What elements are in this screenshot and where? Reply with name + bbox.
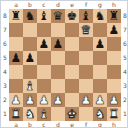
piece-white-pawn: ♟ (95, 93, 106, 107)
square-a6[interactable] (9, 37, 23, 51)
rank-label-4: 4 (121, 65, 128, 79)
square-f7[interactable]: ♛ (79, 23, 93, 37)
rank-labels-right: 87654321 (121, 9, 128, 121)
rank-label-7: 7 (1, 23, 9, 37)
file-label-h: h (107, 121, 121, 128)
square-c8[interactable]: ♝ (37, 9, 51, 23)
square-e2[interactable] (65, 93, 79, 107)
piece-white-knight: ♞ (95, 107, 106, 121)
square-b1[interactable]: ♞ (23, 107, 37, 121)
square-g7[interactable] (93, 23, 107, 37)
square-e1[interactable]: ♚ (65, 107, 79, 121)
square-f6[interactable] (79, 37, 93, 51)
square-c3[interactable] (37, 79, 51, 93)
rank-label-5: 5 (1, 51, 9, 65)
square-d7[interactable] (51, 23, 65, 37)
piece-white-queen: ♛ (81, 23, 92, 37)
square-c5[interactable] (37, 51, 51, 65)
piece-black-queen: ♛ (53, 9, 64, 23)
piece-black-bishop: ♝ (81, 9, 92, 23)
square-a2[interactable]: ♟ (9, 93, 23, 107)
square-g2[interactable]: ♟ (93, 93, 107, 107)
square-h1[interactable]: ♜ (107, 107, 121, 121)
square-f1[interactable] (79, 107, 93, 121)
square-b8[interactable]: ♞ (23, 9, 37, 23)
chess-board: ♜♞♝♛♚♝♞♜♛♟♟♟♟♟♟♝♟♟♟♟♟♟♟♜♞♝♚♞♜ (9, 9, 121, 121)
piece-black-rook: ♜ (109, 9, 120, 23)
file-label-b: b (23, 121, 37, 128)
square-h3[interactable] (107, 79, 121, 93)
file-label-c: c (37, 1, 51, 9)
piece-white-king: ♚ (67, 107, 78, 121)
rank-label-3: 3 (1, 79, 9, 93)
square-d4[interactable] (51, 65, 65, 79)
piece-black-pawn: ♟ (53, 37, 64, 51)
square-h8[interactable]: ♜ (107, 9, 121, 23)
square-c1[interactable]: ♝ (37, 107, 51, 121)
file-label-f: f (79, 1, 93, 9)
file-label-d: d (51, 121, 65, 128)
square-e8[interactable]: ♚ (65, 9, 79, 23)
square-f2[interactable]: ♟ (79, 93, 93, 107)
square-a3[interactable] (9, 79, 23, 93)
file-label-h: h (107, 1, 121, 9)
piece-black-pawn: ♟ (39, 37, 50, 51)
square-h7[interactable]: ♟ (107, 23, 121, 37)
square-b3[interactable]: ♝ (23, 79, 37, 93)
square-d1[interactable] (51, 107, 65, 121)
file-label-a: a (9, 1, 23, 9)
square-f8[interactable]: ♝ (79, 9, 93, 23)
rank-label-3: 3 (121, 79, 128, 93)
piece-black-bishop: ♝ (39, 9, 50, 23)
square-h2[interactable]: ♟ (107, 93, 121, 107)
square-b7[interactable] (23, 23, 37, 37)
square-c6[interactable]: ♟ (37, 37, 51, 51)
piece-white-pawn: ♟ (81, 93, 92, 107)
piece-black-pawn: ♟ (25, 51, 36, 65)
rank-label-2: 2 (1, 93, 9, 107)
square-h6[interactable] (107, 37, 121, 51)
square-a4[interactable] (9, 65, 23, 79)
square-e7[interactable] (65, 23, 79, 37)
piece-black-king: ♚ (67, 9, 78, 23)
square-e6[interactable] (65, 37, 79, 51)
file-label-e: e (65, 121, 79, 128)
piece-white-pawn: ♟ (39, 93, 50, 107)
piece-black-knight: ♞ (95, 9, 106, 23)
square-g3[interactable] (93, 79, 107, 93)
piece-white-bishop: ♝ (39, 107, 50, 121)
square-b2[interactable]: ♟ (23, 93, 37, 107)
rank-label-6: 6 (121, 37, 128, 51)
file-label-b: b (23, 1, 37, 9)
file-labels-top: abcdefgh (9, 1, 121, 9)
piece-white-pawn: ♟ (109, 93, 120, 107)
piece-black-knight: ♞ (25, 9, 36, 23)
file-labels-bottom: abcdefgh (9, 121, 121, 128)
square-g8[interactable]: ♞ (93, 9, 107, 23)
square-e4[interactable] (65, 65, 79, 79)
rank-label-4: 4 (1, 65, 9, 79)
square-b4[interactable] (23, 65, 37, 79)
square-e5[interactable] (65, 51, 79, 65)
file-label-f: f (79, 121, 93, 128)
piece-white-pawn: ♟ (53, 93, 64, 107)
rank-label-2: 2 (121, 93, 128, 107)
file-label-g: g (93, 1, 107, 9)
piece-black-pawn: ♟ (109, 23, 120, 37)
square-a5[interactable]: ♟ (9, 51, 23, 65)
square-c2[interactable]: ♟ (37, 93, 51, 107)
file-label-e: e (65, 1, 79, 9)
file-label-a: a (9, 121, 23, 128)
rank-label-6: 6 (1, 37, 9, 51)
square-g4[interactable] (93, 65, 107, 79)
square-b5[interactable]: ♟ (23, 51, 37, 65)
square-f3[interactable] (79, 79, 93, 93)
square-g5[interactable] (93, 51, 107, 65)
piece-white-knight: ♞ (25, 107, 36, 121)
piece-black-pawn: ♟ (11, 51, 22, 65)
square-f4[interactable] (79, 65, 93, 79)
piece-white-pawn: ♟ (25, 93, 36, 107)
rank-label-1: 1 (121, 107, 128, 121)
chess-board-frame: abcdefgh 87654321 ♜♞♝♛♚♝♞♜♛♟♟♟♟♟♟♝♟♟♟♟♟♟… (0, 0, 128, 128)
piece-black-pawn: ♟ (95, 37, 106, 51)
square-c7[interactable] (37, 23, 51, 37)
file-label-d: d (51, 1, 65, 9)
rank-labels-left: 87654321 (1, 9, 9, 121)
piece-white-rook: ♜ (11, 107, 22, 121)
square-e3[interactable] (65, 79, 79, 93)
rank-label-8: 8 (1, 9, 9, 23)
square-h4[interactable] (107, 65, 121, 79)
rank-label-1: 1 (1, 107, 9, 121)
rank-label-5: 5 (121, 51, 128, 65)
square-g6[interactable]: ♟ (93, 37, 107, 51)
square-d5[interactable] (51, 51, 65, 65)
file-label-g: g (93, 121, 107, 128)
piece-white-pawn: ♟ (11, 93, 22, 107)
square-b6[interactable] (23, 37, 37, 51)
square-a8[interactable]: ♜ (9, 9, 23, 23)
square-f5[interactable] (79, 51, 93, 65)
square-g1[interactable]: ♞ (93, 107, 107, 121)
square-d8[interactable]: ♛ (51, 9, 65, 23)
square-a7[interactable] (9, 23, 23, 37)
piece-white-rook: ♜ (109, 107, 120, 121)
square-h5[interactable] (107, 51, 121, 65)
piece-black-rook: ♜ (11, 9, 22, 23)
square-a1[interactable]: ♜ (9, 107, 23, 121)
rank-label-7: 7 (121, 23, 128, 37)
square-d3[interactable] (51, 79, 65, 93)
square-d2[interactable]: ♟ (51, 93, 65, 107)
rank-label-8: 8 (121, 9, 128, 23)
square-d6[interactable]: ♟ (51, 37, 65, 51)
square-c4[interactable] (37, 65, 51, 79)
piece-white-bishop: ♝ (25, 79, 36, 93)
file-label-c: c (37, 121, 51, 128)
